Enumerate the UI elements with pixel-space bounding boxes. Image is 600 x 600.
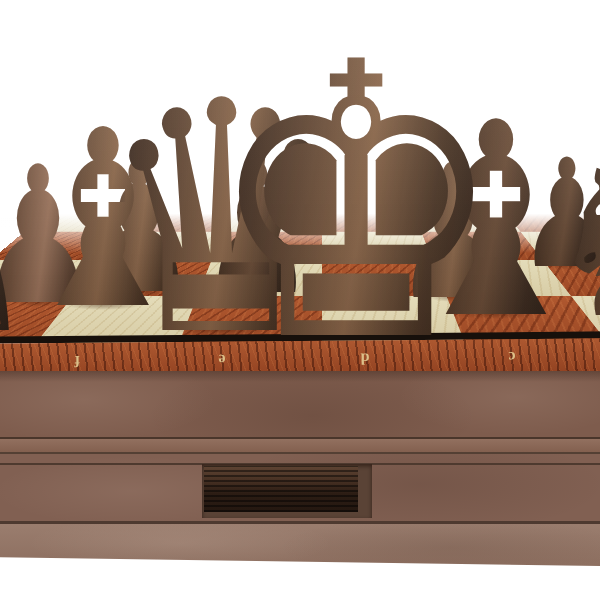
box-bevel bbox=[0, 439, 600, 452]
drawer-handle-recess bbox=[202, 464, 372, 518]
chess-set-photo: fedc ♟♟♟♟♟♞♞♝♝♛♚ bbox=[0, 0, 600, 600]
drawer-handle[interactable] bbox=[204, 466, 358, 512]
piece-king-d1: ♚ bbox=[206, 14, 506, 394]
box-base bbox=[0, 524, 600, 566]
box-seam-bottom bbox=[0, 521, 600, 524]
